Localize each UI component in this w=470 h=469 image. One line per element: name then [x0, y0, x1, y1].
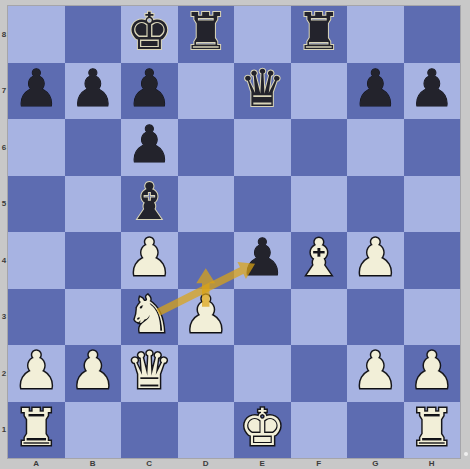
piece-black-pawn[interactable]: ♟	[239, 230, 285, 287]
square-c3[interactable]: ♞	[121, 289, 178, 346]
file-label-h: H	[404, 457, 461, 469]
piece-white-pawn[interactable]: ♟	[409, 343, 455, 400]
file-label-a: A	[8, 457, 65, 469]
square-b3[interactable]	[65, 289, 122, 346]
square-a5[interactable]	[8, 176, 65, 233]
square-a4[interactable]	[8, 232, 65, 289]
square-b4[interactable]	[65, 232, 122, 289]
square-h7[interactable]: ♟	[404, 63, 461, 120]
piece-white-bishop[interactable]: ♝	[296, 230, 342, 287]
piece-white-rook[interactable]: ♜	[409, 400, 455, 457]
square-a3[interactable]	[8, 289, 65, 346]
square-g5[interactable]	[347, 176, 404, 233]
piece-black-rook[interactable]: ♜	[183, 4, 229, 61]
square-c6[interactable]: ♟	[121, 119, 178, 176]
piece-white-knight[interactable]: ♞	[126, 287, 172, 344]
square-e1[interactable]: ♚	[234, 402, 291, 459]
square-h6[interactable]	[404, 119, 461, 176]
square-e4[interactable]: ♟	[234, 232, 291, 289]
square-f8[interactable]: ♜	[291, 6, 348, 63]
square-b8[interactable]	[65, 6, 122, 63]
chess-app: ♚♜♜♟♟♟♛♟♟♟♝♟♟♝♟♞♟♟♟♛♟♟♜♚♜ 87654321 ABCDE…	[0, 0, 470, 469]
square-a6[interactable]	[8, 119, 65, 176]
piece-black-pawn[interactable]: ♟	[126, 117, 172, 174]
square-e2[interactable]	[234, 345, 291, 402]
square-d4[interactable]	[178, 232, 235, 289]
square-c8[interactable]: ♚	[121, 6, 178, 63]
piece-black-pawn[interactable]: ♟	[352, 61, 398, 118]
square-g3[interactable]	[347, 289, 404, 346]
square-d2[interactable]	[178, 345, 235, 402]
square-b7[interactable]: ♟	[65, 63, 122, 120]
piece-white-pawn[interactable]: ♟	[70, 343, 116, 400]
square-d5[interactable]	[178, 176, 235, 233]
square-f3[interactable]	[291, 289, 348, 346]
square-d6[interactable]	[178, 119, 235, 176]
square-h4[interactable]	[404, 232, 461, 289]
square-d1[interactable]	[178, 402, 235, 459]
piece-black-pawn[interactable]: ♟	[126, 61, 172, 118]
square-a1[interactable]: ♜	[8, 402, 65, 459]
rank-label-5: 5	[0, 176, 8, 233]
square-c2[interactable]: ♛	[121, 345, 178, 402]
piece-black-pawn[interactable]: ♟	[70, 61, 116, 118]
piece-black-queen[interactable]: ♛	[239, 61, 285, 118]
file-label-e: E	[234, 457, 291, 469]
rank-label-2: 2	[0, 345, 8, 402]
piece-white-pawn[interactable]: ♟	[352, 343, 398, 400]
square-g8[interactable]	[347, 6, 404, 63]
file-label-d: D	[178, 457, 235, 469]
square-h3[interactable]	[404, 289, 461, 346]
piece-white-pawn[interactable]: ♟	[13, 343, 59, 400]
piece-white-rook[interactable]: ♜	[13, 400, 59, 457]
piece-white-pawn[interactable]: ♟	[352, 230, 398, 287]
square-g1[interactable]	[347, 402, 404, 459]
square-f4[interactable]: ♝	[291, 232, 348, 289]
piece-white-king[interactable]: ♚	[239, 400, 285, 457]
rank-label-6: 6	[0, 119, 8, 176]
square-c4[interactable]: ♟	[121, 232, 178, 289]
resize-grip-dot	[464, 452, 468, 456]
square-c1[interactable]	[121, 402, 178, 459]
square-b2[interactable]: ♟	[65, 345, 122, 402]
square-a2[interactable]: ♟	[8, 345, 65, 402]
square-f7[interactable]	[291, 63, 348, 120]
file-label-g: G	[347, 457, 404, 469]
square-d3[interactable]: ♟	[178, 289, 235, 346]
square-g2[interactable]: ♟	[347, 345, 404, 402]
square-g6[interactable]	[347, 119, 404, 176]
square-d8[interactable]: ♜	[178, 6, 235, 63]
rank-label-4: 4	[0, 232, 8, 289]
piece-white-pawn[interactable]: ♟	[183, 287, 229, 344]
square-f1[interactable]	[291, 402, 348, 459]
piece-black-king[interactable]: ♚	[126, 4, 172, 61]
square-b1[interactable]	[65, 402, 122, 459]
file-label-c: C	[121, 457, 178, 469]
square-d7[interactable]	[178, 63, 235, 120]
square-e6[interactable]	[234, 119, 291, 176]
square-h5[interactable]	[404, 176, 461, 233]
square-a8[interactable]	[8, 6, 65, 63]
file-label-f: F	[291, 457, 348, 469]
square-c7[interactable]: ♟	[121, 63, 178, 120]
square-e5[interactable]	[234, 176, 291, 233]
square-b5[interactable]	[65, 176, 122, 233]
chess-board: ♚♜♜♟♟♟♛♟♟♟♝♟♟♝♟♞♟♟♟♛♟♟♜♚♜	[8, 6, 460, 458]
square-g4[interactable]: ♟	[347, 232, 404, 289]
square-e8[interactable]	[234, 6, 291, 63]
square-g7[interactable]: ♟	[347, 63, 404, 120]
square-e3[interactable]	[234, 289, 291, 346]
piece-black-pawn[interactable]: ♟	[409, 61, 455, 118]
square-a7[interactable]: ♟	[8, 63, 65, 120]
square-h8[interactable]	[404, 6, 461, 63]
square-e7[interactable]: ♛	[234, 63, 291, 120]
rank-label-3: 3	[0, 289, 8, 346]
piece-white-queen[interactable]: ♛	[126, 343, 172, 400]
square-f5[interactable]	[291, 176, 348, 233]
square-f6[interactable]	[291, 119, 348, 176]
piece-white-pawn[interactable]: ♟	[126, 230, 172, 287]
square-h1[interactable]: ♜	[404, 402, 461, 459]
square-h2[interactable]: ♟	[404, 345, 461, 402]
file-label-b: B	[65, 457, 122, 469]
rank-label-7: 7	[0, 63, 8, 120]
piece-black-rook[interactable]: ♜	[296, 4, 342, 61]
square-f2[interactable]	[291, 345, 348, 402]
piece-black-bishop[interactable]: ♝	[126, 174, 172, 231]
square-b6[interactable]	[65, 119, 122, 176]
rank-label-1: 1	[0, 402, 8, 459]
rank-label-8: 8	[0, 6, 8, 63]
square-c5[interactable]: ♝	[121, 176, 178, 233]
piece-black-pawn[interactable]: ♟	[13, 61, 59, 118]
